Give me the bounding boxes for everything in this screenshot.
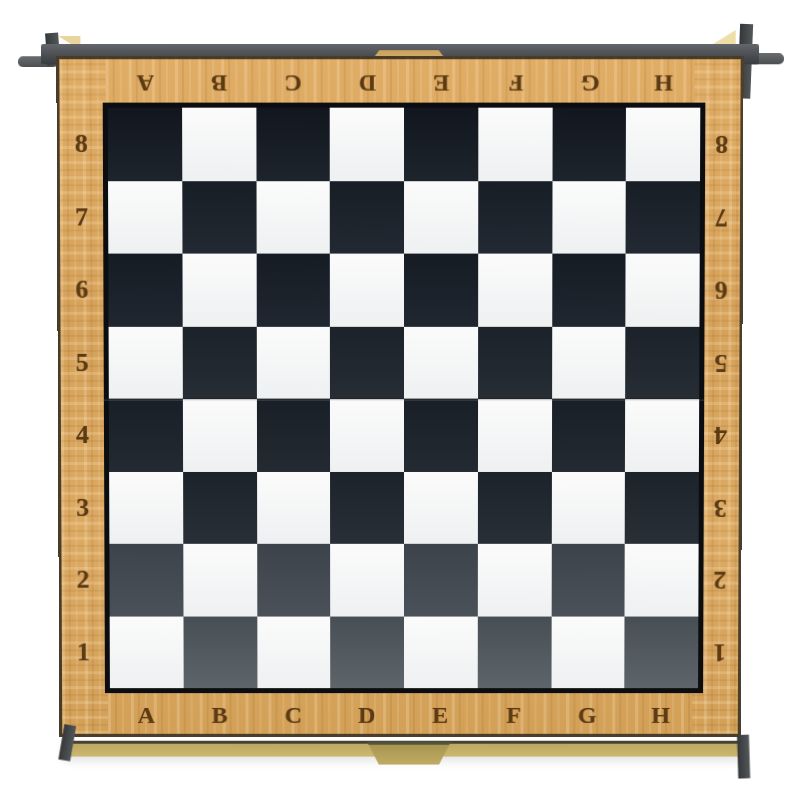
square-e8 — [404, 108, 478, 181]
chess-board-photo: ABCDEFGH ABCDEFGH 87654321 87654321 — [0, 0, 800, 800]
square-d1 — [330, 616, 404, 688]
square-b8 — [182, 108, 256, 181]
square-g5 — [552, 326, 626, 399]
square-f1 — [478, 616, 552, 688]
square-c2 — [257, 544, 331, 616]
square-d2 — [330, 544, 404, 616]
folding-chess-box: ABCDEFGH ABCDEFGH 87654321 87654321 — [38, 24, 762, 781]
square-c1 — [257, 616, 331, 688]
square-b2 — [183, 544, 257, 616]
box-edge-bottom-notch-tab — [367, 742, 451, 765]
square-a4 — [109, 399, 183, 471]
checkerboard-surface — [103, 103, 706, 693]
square-d4 — [330, 399, 404, 471]
square-e7 — [404, 181, 478, 254]
checkerboard — [108, 108, 701, 688]
square-h6 — [626, 254, 700, 327]
square-f3 — [478, 471, 552, 543]
square-c5 — [256, 326, 330, 399]
square-h8 — [626, 108, 700, 181]
square-f5 — [478, 326, 552, 399]
square-b6 — [182, 254, 256, 327]
square-b5 — [182, 326, 256, 399]
square-a7 — [108, 181, 182, 254]
square-f8 — [478, 108, 552, 181]
square-c7 — [256, 181, 330, 254]
square-h7 — [626, 181, 700, 254]
square-b3 — [183, 471, 257, 543]
square-g3 — [551, 471, 625, 543]
square-g2 — [551, 544, 625, 616]
square-a5 — [109, 326, 183, 399]
square-d8 — [330, 108, 404, 181]
square-a3 — [109, 471, 183, 543]
square-g1 — [551, 616, 625, 688]
square-d6 — [330, 254, 404, 327]
square-d7 — [330, 181, 404, 254]
square-g4 — [551, 399, 625, 471]
square-e2 — [404, 544, 478, 616]
square-a8 — [108, 108, 182, 181]
square-e1 — [404, 616, 478, 688]
square-h2 — [625, 544, 699, 616]
square-d5 — [330, 326, 404, 399]
square-g6 — [552, 254, 626, 327]
square-g8 — [552, 108, 626, 181]
square-f6 — [478, 254, 552, 327]
square-a6 — [108, 254, 182, 327]
square-a2 — [109, 544, 183, 616]
square-b4 — [183, 399, 257, 471]
clasp-tab-bottom-right — [737, 735, 750, 779]
square-h3 — [625, 471, 699, 543]
square-f2 — [478, 544, 552, 616]
square-e6 — [404, 254, 478, 327]
square-g7 — [552, 181, 626, 254]
square-c3 — [257, 471, 331, 543]
square-f7 — [478, 181, 552, 254]
square-e5 — [404, 326, 478, 399]
square-h1 — [625, 616, 699, 688]
square-e4 — [404, 399, 478, 471]
square-h5 — [625, 326, 699, 399]
square-c4 — [256, 399, 330, 471]
square-b7 — [182, 181, 256, 254]
square-c8 — [256, 108, 330, 181]
square-c6 — [256, 254, 330, 327]
square-d3 — [330, 471, 404, 543]
square-b1 — [183, 616, 257, 688]
square-a1 — [110, 616, 184, 688]
square-h4 — [625, 399, 699, 471]
square-f4 — [478, 399, 552, 471]
square-e3 — [404, 471, 478, 543]
